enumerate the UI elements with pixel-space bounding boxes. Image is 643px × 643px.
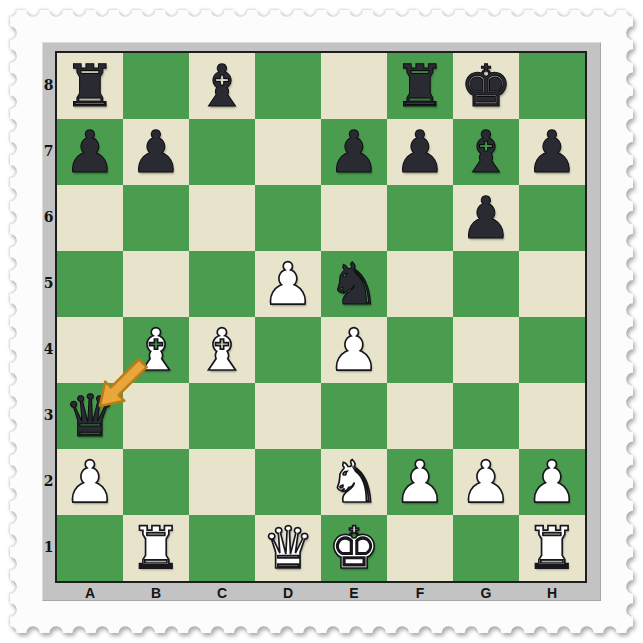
piece-black-rook[interactable]: ♜	[64, 57, 116, 115]
rank-label-8: 8	[42, 77, 55, 93]
square-e6[interactable]	[321, 185, 387, 251]
rank-label-4: 4	[42, 341, 55, 357]
piece-black-pawn[interactable]: ♟	[460, 189, 512, 247]
piece-black-queen[interactable]: ♛	[64, 387, 116, 445]
square-h7[interactable]: ♟	[519, 119, 585, 185]
square-e4[interactable]: ♟	[321, 317, 387, 383]
file-label-g: G	[475, 585, 497, 601]
square-h1[interactable]: ♜	[519, 515, 585, 581]
piece-black-rook[interactable]: ♜	[394, 57, 446, 115]
square-d8[interactable]	[255, 53, 321, 119]
rank-label-3: 3	[42, 407, 55, 423]
file-label-c: C	[211, 585, 233, 601]
square-b7[interactable]: ♟	[123, 119, 189, 185]
square-b1[interactable]: ♜	[123, 515, 189, 581]
piece-white-bishop[interactable]: ♝	[196, 321, 248, 379]
file-label-h: H	[541, 585, 563, 601]
square-e7[interactable]: ♟	[321, 119, 387, 185]
square-h2[interactable]: ♟	[519, 449, 585, 515]
piece-black-pawn[interactable]: ♟	[394, 123, 446, 181]
square-a7[interactable]: ♟	[57, 119, 123, 185]
board-frame: ♜♝♜♚♟♟♟♟♝♟♟♟♞♝♝♟♛♟♞♟♟♟♜♛♚♜ 87654321ABCDE…	[42, 42, 601, 601]
file-label-d: D	[277, 585, 299, 601]
square-c4[interactable]: ♝	[189, 317, 255, 383]
piece-white-pawn[interactable]: ♟	[262, 255, 314, 313]
square-a6[interactable]	[57, 185, 123, 251]
rank-label-7: 7	[42, 143, 55, 159]
square-d6[interactable]	[255, 185, 321, 251]
square-c2[interactable]	[189, 449, 255, 515]
square-b8[interactable]	[123, 53, 189, 119]
file-label-e: E	[343, 585, 365, 601]
file-label-a: A	[79, 585, 101, 601]
piece-white-pawn[interactable]: ♟	[64, 453, 116, 511]
square-g6[interactable]: ♟	[453, 185, 519, 251]
piece-black-pawn[interactable]: ♟	[64, 123, 116, 181]
square-g8[interactable]: ♚	[453, 53, 519, 119]
square-g5[interactable]	[453, 251, 519, 317]
square-f8[interactable]: ♜	[387, 53, 453, 119]
piece-white-pawn[interactable]: ♟	[526, 453, 578, 511]
square-a3[interactable]: ♛	[57, 383, 123, 449]
square-g1[interactable]	[453, 515, 519, 581]
square-c6[interactable]	[189, 185, 255, 251]
square-f2[interactable]: ♟	[387, 449, 453, 515]
rank-label-6: 6	[42, 209, 55, 225]
square-c1[interactable]	[189, 515, 255, 581]
square-f6[interactable]	[387, 185, 453, 251]
board: ♜♝♜♚♟♟♟♟♝♟♟♟♞♝♝♟♛♟♞♟♟♟♜♛♚♜	[55, 51, 587, 583]
square-h3[interactable]	[519, 383, 585, 449]
square-g4[interactable]	[453, 317, 519, 383]
square-g7[interactable]: ♝	[453, 119, 519, 185]
square-c8[interactable]: ♝	[189, 53, 255, 119]
piece-black-bishop[interactable]: ♝	[196, 57, 248, 115]
square-g3[interactable]	[453, 383, 519, 449]
square-b3[interactable]	[123, 383, 189, 449]
piece-white-king[interactable]: ♚	[328, 519, 380, 577]
square-e5[interactable]: ♞	[321, 251, 387, 317]
square-e3[interactable]	[321, 383, 387, 449]
square-f4[interactable]	[387, 317, 453, 383]
piece-white-rook[interactable]: ♜	[130, 519, 182, 577]
piece-white-pawn[interactable]: ♟	[394, 453, 446, 511]
square-a8[interactable]: ♜	[57, 53, 123, 119]
piece-white-knight[interactable]: ♞	[328, 453, 380, 511]
square-e1[interactable]: ♚	[321, 515, 387, 581]
square-h6[interactable]	[519, 185, 585, 251]
piece-black-knight[interactable]: ♞	[328, 255, 380, 313]
square-b6[interactable]	[123, 185, 189, 251]
rank-label-5: 5	[42, 275, 55, 291]
square-b5[interactable]	[123, 251, 189, 317]
stamp-page: ♜♝♜♚♟♟♟♟♝♟♟♟♞♝♝♟♛♟♞♟♟♟♜♛♚♜ 87654321ABCDE…	[0, 0, 643, 643]
square-h5[interactable]	[519, 251, 585, 317]
square-d7[interactable]	[255, 119, 321, 185]
square-c7[interactable]	[189, 119, 255, 185]
piece-white-pawn[interactable]: ♟	[328, 321, 380, 379]
square-e2[interactable]: ♞	[321, 449, 387, 515]
square-d3[interactable]	[255, 383, 321, 449]
piece-black-pawn[interactable]: ♟	[526, 123, 578, 181]
square-a5[interactable]	[57, 251, 123, 317]
square-h4[interactable]	[519, 317, 585, 383]
square-g2[interactable]: ♟	[453, 449, 519, 515]
square-c3[interactable]	[189, 383, 255, 449]
square-a4[interactable]	[57, 317, 123, 383]
square-d5[interactable]: ♟	[255, 251, 321, 317]
square-d1[interactable]: ♛	[255, 515, 321, 581]
square-a2[interactable]: ♟	[57, 449, 123, 515]
square-f5[interactable]	[387, 251, 453, 317]
square-f7[interactable]: ♟	[387, 119, 453, 185]
piece-white-rook[interactable]: ♜	[526, 519, 578, 577]
square-b4[interactable]: ♝	[123, 317, 189, 383]
file-label-f: F	[409, 585, 431, 601]
square-h8[interactable]	[519, 53, 585, 119]
piece-white-queen[interactable]: ♛	[262, 519, 314, 577]
square-f1[interactable]	[387, 515, 453, 581]
square-d2[interactable]	[255, 449, 321, 515]
piece-white-pawn[interactable]: ♟	[460, 453, 512, 511]
piece-white-bishop[interactable]: ♝	[130, 321, 182, 379]
file-label-b: B	[145, 585, 167, 601]
square-a1[interactable]	[57, 515, 123, 581]
square-c5[interactable]	[189, 251, 255, 317]
rank-label-2: 2	[42, 473, 55, 489]
square-f3[interactable]	[387, 383, 453, 449]
piece-black-pawn[interactable]: ♟	[328, 123, 380, 181]
piece-black-pawn[interactable]: ♟	[130, 123, 182, 181]
square-e8[interactable]	[321, 53, 387, 119]
piece-black-bishop[interactable]: ♝	[460, 123, 512, 181]
rank-label-1: 1	[42, 539, 55, 555]
piece-black-king[interactable]: ♚	[460, 57, 512, 115]
square-b2[interactable]	[123, 449, 189, 515]
square-d4[interactable]	[255, 317, 321, 383]
